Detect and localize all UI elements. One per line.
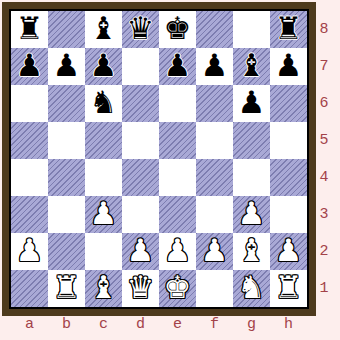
square-a3[interactable] [11, 196, 48, 233]
square-c4[interactable] [85, 159, 122, 196]
piece-white-bishop[interactable]: ♝ [238, 235, 266, 266]
rank-label-2: 2 [314, 233, 334, 270]
square-d8[interactable]: ♛ [122, 11, 159, 48]
piece-white-knight[interactable]: ♞ [238, 272, 266, 303]
square-h6[interactable] [270, 85, 307, 122]
square-f6[interactable] [196, 85, 233, 122]
square-e7[interactable]: ♟ [159, 48, 196, 85]
piece-white-rook[interactable]: ♜ [53, 272, 81, 303]
square-c6[interactable]: ♞ [85, 85, 122, 122]
square-f4[interactable] [196, 159, 233, 196]
piece-black-pawn[interactable]: ♟ [275, 50, 303, 81]
piece-black-bishop[interactable]: ♝ [238, 50, 266, 81]
square-a4[interactable] [11, 159, 48, 196]
piece-white-bishop[interactable]: ♝ [90, 272, 118, 303]
square-d7[interactable] [122, 48, 159, 85]
square-a6[interactable] [11, 85, 48, 122]
square-a8[interactable]: ♜ [11, 11, 48, 48]
piece-black-king[interactable]: ♚ [164, 13, 192, 44]
rank-label-4: 4 [314, 159, 334, 196]
piece-black-rook[interactable]: ♜ [16, 13, 44, 44]
piece-white-king[interactable]: ♚ [164, 272, 192, 303]
square-f5[interactable] [196, 122, 233, 159]
file-label-g: g [233, 312, 270, 336]
square-d2[interactable]: ♟ [122, 233, 159, 270]
piece-black-pawn[interactable]: ♟ [90, 50, 118, 81]
square-b3[interactable] [48, 196, 85, 233]
piece-black-rook[interactable]: ♜ [275, 13, 303, 44]
rank-label-1: 1 [314, 270, 334, 307]
file-label-b: b [48, 312, 85, 336]
square-f1[interactable] [196, 270, 233, 307]
square-g1[interactable]: ♞ [233, 270, 270, 307]
square-a7[interactable]: ♟ [11, 48, 48, 85]
piece-white-pawn[interactable]: ♟ [90, 198, 118, 229]
square-g5[interactable] [233, 122, 270, 159]
square-b1[interactable]: ♜ [48, 270, 85, 307]
square-b7[interactable]: ♟ [48, 48, 85, 85]
square-e6[interactable] [159, 85, 196, 122]
board-frame: ♜♝♛♚♜♟♟♟♟♟♝♟♞♟♟♟♟♟♟♟♝♟♜♝♛♚♞♜ [2, 2, 316, 316]
piece-black-queen[interactable]: ♛ [127, 13, 155, 44]
square-g3[interactable]: ♟ [233, 196, 270, 233]
piece-black-bishop[interactable]: ♝ [90, 13, 118, 44]
square-b2[interactable] [48, 233, 85, 270]
square-d1[interactable]: ♛ [122, 270, 159, 307]
square-c8[interactable]: ♝ [85, 11, 122, 48]
board-inner-line: ♜♝♛♚♜♟♟♟♟♟♝♟♞♟♟♟♟♟♟♟♝♟♜♝♛♚♞♜ [9, 9, 309, 309]
square-g7[interactable]: ♝ [233, 48, 270, 85]
square-g6[interactable]: ♟ [233, 85, 270, 122]
square-b8[interactable] [48, 11, 85, 48]
page-background: ♜♝♛♚♜♟♟♟♟♟♝♟♞♟♟♟♟♟♟♟♝♟♜♝♛♚♞♜ 87654321 ab… [0, 0, 340, 340]
chessboard: ♜♝♛♚♜♟♟♟♟♟♝♟♞♟♟♟♟♟♟♟♝♟♜♝♛♚♞♜ [11, 11, 307, 307]
square-a2[interactable]: ♟ [11, 233, 48, 270]
square-e4[interactable] [159, 159, 196, 196]
square-d5[interactable] [122, 122, 159, 159]
rank-label-5: 5 [314, 122, 334, 159]
square-f7[interactable]: ♟ [196, 48, 233, 85]
piece-white-pawn[interactable]: ♟ [238, 198, 266, 229]
square-b6[interactable] [48, 85, 85, 122]
square-h5[interactable] [270, 122, 307, 159]
file-label-d: d [122, 312, 159, 336]
square-d6[interactable] [122, 85, 159, 122]
square-h3[interactable] [270, 196, 307, 233]
square-c7[interactable]: ♟ [85, 48, 122, 85]
rank-label-3: 3 [314, 196, 334, 233]
square-f8[interactable] [196, 11, 233, 48]
square-e5[interactable] [159, 122, 196, 159]
square-f2[interactable]: ♟ [196, 233, 233, 270]
file-label-c: c [85, 312, 122, 336]
square-e2[interactable]: ♟ [159, 233, 196, 270]
square-e3[interactable] [159, 196, 196, 233]
square-h1[interactable]: ♜ [270, 270, 307, 307]
rank-label-6: 6 [314, 85, 334, 122]
square-b5[interactable] [48, 122, 85, 159]
piece-black-pawn[interactable]: ♟ [53, 50, 81, 81]
piece-black-pawn[interactable]: ♟ [201, 50, 229, 81]
rank-label-8: 8 [314, 11, 334, 48]
piece-black-pawn[interactable]: ♟ [164, 50, 192, 81]
square-a5[interactable] [11, 122, 48, 159]
rank-label-7: 7 [314, 48, 334, 85]
piece-white-pawn[interactable]: ♟ [201, 235, 229, 266]
square-h7[interactable]: ♟ [270, 48, 307, 85]
square-h2[interactable]: ♟ [270, 233, 307, 270]
piece-white-pawn[interactable]: ♟ [127, 235, 155, 266]
square-c3[interactable]: ♟ [85, 196, 122, 233]
square-b4[interactable] [48, 159, 85, 196]
square-d4[interactable] [122, 159, 159, 196]
piece-white-pawn[interactable]: ♟ [16, 235, 44, 266]
file-label-e: e [159, 312, 196, 336]
piece-black-pawn[interactable]: ♟ [16, 50, 44, 81]
file-label-h: h [270, 312, 307, 336]
square-c5[interactable] [85, 122, 122, 159]
square-d3[interactable] [122, 196, 159, 233]
square-h8[interactable]: ♜ [270, 11, 307, 48]
piece-white-pawn[interactable]: ♟ [275, 235, 303, 266]
square-e8[interactable]: ♚ [159, 11, 196, 48]
square-a1[interactable] [11, 270, 48, 307]
piece-white-rook[interactable]: ♜ [275, 272, 303, 303]
square-h4[interactable] [270, 159, 307, 196]
square-e1[interactable]: ♚ [159, 270, 196, 307]
square-c1[interactable]: ♝ [85, 270, 122, 307]
square-g8[interactable] [233, 11, 270, 48]
square-f3[interactable] [196, 196, 233, 233]
square-c2[interactable] [85, 233, 122, 270]
file-label-f: f [196, 312, 233, 336]
piece-black-pawn[interactable]: ♟ [238, 87, 266, 118]
file-label-a: a [11, 312, 48, 336]
piece-white-pawn[interactable]: ♟ [164, 235, 192, 266]
piece-black-knight[interactable]: ♞ [90, 87, 118, 118]
piece-white-queen[interactable]: ♛ [127, 272, 155, 303]
square-g4[interactable] [233, 159, 270, 196]
square-g2[interactable]: ♝ [233, 233, 270, 270]
